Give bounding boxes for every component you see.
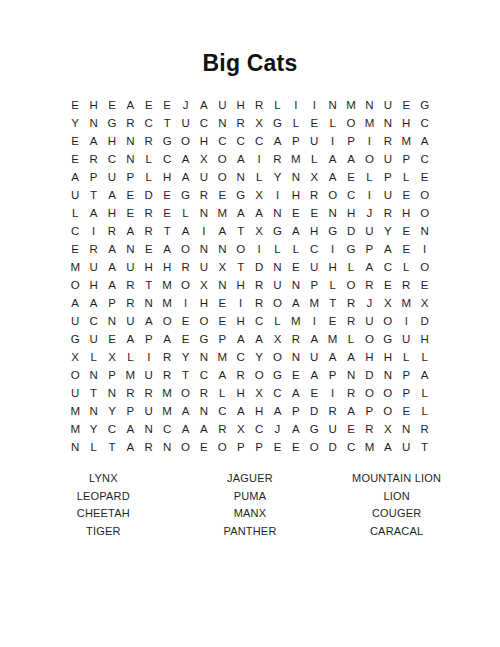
- grid-cell[interactable]: X: [268, 330, 286, 348]
- grid-cell[interactable]: A: [415, 366, 433, 384]
- grid-cell[interactable]: P: [360, 402, 378, 420]
- grid-cell[interactable]: E: [176, 312, 194, 330]
- grid-cell[interactable]: G: [305, 420, 323, 438]
- grid-cell[interactable]: H: [250, 402, 268, 420]
- grid-cell[interactable]: U: [140, 366, 158, 384]
- grid-cell[interactable]: E: [213, 312, 231, 330]
- grid-cell[interactable]: E: [268, 438, 286, 456]
- grid-cell[interactable]: O: [176, 276, 194, 294]
- grid-cell[interactable]: P: [397, 366, 415, 384]
- grid-cell[interactable]: C: [250, 132, 268, 150]
- grid-cell[interactable]: L: [66, 204, 84, 222]
- grid-cell[interactable]: R: [305, 186, 323, 204]
- grid-cell[interactable]: R: [121, 114, 139, 132]
- grid-cell[interactable]: C: [195, 114, 213, 132]
- grid-cell[interactable]: A: [121, 438, 139, 456]
- grid-cell[interactable]: A: [213, 222, 231, 240]
- grid-cell[interactable]: O: [323, 186, 341, 204]
- grid-cell[interactable]: J: [268, 420, 286, 438]
- grid-cell[interactable]: A: [176, 222, 194, 240]
- grid-cell[interactable]: N: [360, 96, 378, 114]
- grid-cell[interactable]: P: [121, 168, 139, 186]
- grid-cell[interactable]: D: [323, 438, 341, 456]
- grid-cell[interactable]: H: [195, 132, 213, 150]
- grid-cell[interactable]: R: [323, 402, 341, 420]
- grid-cell[interactable]: U: [213, 96, 231, 114]
- grid-cell[interactable]: J: [360, 204, 378, 222]
- grid-cell[interactable]: A: [305, 330, 323, 348]
- grid-cell[interactable]: R: [176, 258, 194, 276]
- grid-cell[interactable]: E: [415, 168, 433, 186]
- grid-cell[interactable]: R: [121, 294, 139, 312]
- grid-cell[interactable]: P: [360, 240, 378, 258]
- grid-cell[interactable]: H: [140, 258, 158, 276]
- grid-cell[interactable]: P: [342, 132, 360, 150]
- grid-cell[interactable]: I: [323, 384, 341, 402]
- grid-cell[interactable]: P: [397, 384, 415, 402]
- grid-cell[interactable]: A: [158, 330, 176, 348]
- grid-cell[interactable]: O: [176, 240, 194, 258]
- grid-cell[interactable]: A: [140, 312, 158, 330]
- grid-cell[interactable]: E: [103, 330, 121, 348]
- grid-cell[interactable]: M: [397, 294, 415, 312]
- grid-cell[interactable]: M: [66, 402, 84, 420]
- grid-cell[interactable]: A: [250, 330, 268, 348]
- grid-cell[interactable]: A: [250, 204, 268, 222]
- grid-cell[interactable]: E: [140, 96, 158, 114]
- grid-cell[interactable]: L: [360, 168, 378, 186]
- grid-cell[interactable]: L: [397, 258, 415, 276]
- grid-cell[interactable]: O: [379, 312, 397, 330]
- grid-cell[interactable]: N: [415, 222, 433, 240]
- grid-cell[interactable]: H: [84, 276, 102, 294]
- grid-cell[interactable]: I: [323, 132, 341, 150]
- grid-cell[interactable]: E: [323, 312, 341, 330]
- grid-cell[interactable]: O: [268, 294, 286, 312]
- grid-cell[interactable]: M: [66, 258, 84, 276]
- grid-cell[interactable]: A: [379, 438, 397, 456]
- grid-cell[interactable]: R: [250, 294, 268, 312]
- grid-cell[interactable]: R: [140, 438, 158, 456]
- grid-cell[interactable]: U: [84, 330, 102, 348]
- grid-cell[interactable]: T: [84, 186, 102, 204]
- grid-cell[interactable]: R: [250, 96, 268, 114]
- grid-cell[interactable]: E: [342, 168, 360, 186]
- grid-cell[interactable]: T: [176, 366, 194, 384]
- grid-cell[interactable]: H: [158, 168, 176, 186]
- grid-cell[interactable]: T: [84, 384, 102, 402]
- grid-cell[interactable]: T: [232, 222, 250, 240]
- grid-cell[interactable]: M: [66, 420, 84, 438]
- grid-cell[interactable]: N: [140, 294, 158, 312]
- grid-cell[interactable]: H: [195, 294, 213, 312]
- grid-cell[interactable]: E: [66, 96, 84, 114]
- grid-cell[interactable]: M: [342, 96, 360, 114]
- grid-cell[interactable]: N: [213, 276, 231, 294]
- grid-cell[interactable]: G: [342, 240, 360, 258]
- grid-cell[interactable]: E: [66, 240, 84, 258]
- grid-cell[interactable]: U: [305, 348, 323, 366]
- grid-cell[interactable]: R: [140, 204, 158, 222]
- grid-cell[interactable]: A: [158, 240, 176, 258]
- grid-cell[interactable]: C: [213, 132, 231, 150]
- grid-cell[interactable]: Y: [379, 222, 397, 240]
- grid-cell[interactable]: L: [84, 438, 102, 456]
- grid-cell[interactable]: O: [158, 312, 176, 330]
- grid-cell[interactable]: O: [66, 366, 84, 384]
- grid-cell[interactable]: O: [415, 186, 433, 204]
- grid-cell[interactable]: Y: [84, 420, 102, 438]
- grid-cell[interactable]: O: [360, 150, 378, 168]
- grid-cell[interactable]: M: [287, 312, 305, 330]
- grid-cell[interactable]: X: [379, 294, 397, 312]
- grid-cell[interactable]: M: [287, 150, 305, 168]
- grid-cell[interactable]: N: [287, 348, 305, 366]
- grid-cell[interactable]: R: [140, 222, 158, 240]
- grid-cell[interactable]: A: [176, 402, 194, 420]
- grid-cell[interactable]: M: [158, 402, 176, 420]
- grid-cell[interactable]: H: [232, 312, 250, 330]
- grid-cell[interactable]: A: [232, 150, 250, 168]
- grid-cell[interactable]: P: [305, 276, 323, 294]
- grid-cell[interactable]: E: [397, 186, 415, 204]
- grid-cell[interactable]: A: [379, 240, 397, 258]
- grid-cell[interactable]: A: [323, 150, 341, 168]
- grid-cell[interactable]: I: [250, 240, 268, 258]
- grid-cell[interactable]: M: [323, 330, 341, 348]
- grid-cell[interactable]: L: [268, 240, 286, 258]
- grid-cell[interactable]: A: [66, 294, 84, 312]
- grid-cell[interactable]: C: [84, 312, 102, 330]
- grid-cell[interactable]: G: [268, 366, 286, 384]
- grid-cell[interactable]: P: [323, 366, 341, 384]
- grid-cell[interactable]: R: [195, 186, 213, 204]
- grid-cell[interactable]: A: [121, 330, 139, 348]
- grid-cell[interactable]: T: [415, 438, 433, 456]
- grid-cell[interactable]: A: [103, 186, 121, 204]
- grid-cell[interactable]: O: [213, 168, 231, 186]
- grid-cell[interactable]: M: [360, 438, 378, 456]
- grid-cell[interactable]: X: [250, 186, 268, 204]
- grid-cell[interactable]: P: [103, 294, 121, 312]
- grid-cell[interactable]: U: [379, 96, 397, 114]
- grid-cell[interactable]: A: [342, 402, 360, 420]
- grid-cell[interactable]: A: [66, 168, 84, 186]
- grid-cell[interactable]: A: [84, 294, 102, 312]
- grid-cell[interactable]: P: [232, 438, 250, 456]
- grid-cell[interactable]: E: [158, 96, 176, 114]
- grid-cell[interactable]: O: [176, 438, 194, 456]
- grid-cell[interactable]: O: [379, 384, 397, 402]
- grid-cell[interactable]: G: [176, 186, 194, 204]
- grid-cell[interactable]: N: [140, 420, 158, 438]
- grid-cell[interactable]: P: [103, 366, 121, 384]
- grid-cell[interactable]: X: [379, 420, 397, 438]
- grid-cell[interactable]: A: [103, 258, 121, 276]
- grid-cell[interactable]: H: [158, 258, 176, 276]
- grid-cell[interactable]: A: [342, 150, 360, 168]
- grid-cell[interactable]: E: [195, 438, 213, 456]
- grid-cell[interactable]: L: [176, 204, 194, 222]
- grid-cell[interactable]: M: [360, 114, 378, 132]
- grid-cell[interactable]: R: [140, 132, 158, 150]
- grid-cell[interactable]: L: [415, 348, 433, 366]
- grid-cell[interactable]: N: [213, 114, 231, 132]
- grid-cell[interactable]: M: [397, 132, 415, 150]
- grid-cell[interactable]: I: [250, 150, 268, 168]
- grid-cell[interactable]: C: [158, 150, 176, 168]
- grid-cell[interactable]: E: [66, 132, 84, 150]
- grid-cell[interactable]: O: [232, 240, 250, 258]
- grid-cell[interactable]: E: [342, 420, 360, 438]
- grid-cell[interactable]: A: [232, 402, 250, 420]
- grid-cell[interactable]: U: [379, 150, 397, 168]
- grid-cell[interactable]: L: [140, 168, 158, 186]
- grid-cell[interactable]: U: [121, 312, 139, 330]
- grid-cell[interactable]: Y: [176, 348, 194, 366]
- grid-cell[interactable]: I: [84, 222, 102, 240]
- grid-cell[interactable]: A: [342, 348, 360, 366]
- grid-cell[interactable]: N: [213, 240, 231, 258]
- grid-cell[interactable]: P: [397, 150, 415, 168]
- grid-cell[interactable]: A: [103, 276, 121, 294]
- grid-cell[interactable]: O: [176, 132, 194, 150]
- grid-cell[interactable]: X: [305, 168, 323, 186]
- grid-cell[interactable]: U: [268, 276, 286, 294]
- grid-cell[interactable]: L: [397, 168, 415, 186]
- grid-cell[interactable]: J: [360, 294, 378, 312]
- grid-cell[interactable]: H: [379, 348, 397, 366]
- grid-cell[interactable]: C: [268, 384, 286, 402]
- grid-cell[interactable]: D: [250, 258, 268, 276]
- grid-cell[interactable]: E: [305, 114, 323, 132]
- grid-cell[interactable]: I: [176, 294, 194, 312]
- grid-cell[interactable]: N: [158, 438, 176, 456]
- grid-cell[interactable]: E: [213, 186, 231, 204]
- grid-cell[interactable]: T: [323, 294, 341, 312]
- grid-cell[interactable]: R: [379, 132, 397, 150]
- grid-cell[interactable]: R: [121, 276, 139, 294]
- grid-cell[interactable]: T: [140, 276, 158, 294]
- grid-cell[interactable]: C: [305, 240, 323, 258]
- grid-cell[interactable]: Y: [250, 348, 268, 366]
- grid-cell[interactable]: A: [195, 96, 213, 114]
- grid-cell[interactable]: L: [415, 384, 433, 402]
- grid-cell[interactable]: D: [415, 312, 433, 330]
- grid-cell[interactable]: N: [195, 402, 213, 420]
- grid-cell[interactable]: C: [103, 150, 121, 168]
- grid-cell[interactable]: R: [342, 294, 360, 312]
- grid-cell[interactable]: L: [84, 348, 102, 366]
- grid-cell[interactable]: H: [397, 114, 415, 132]
- grid-cell[interactable]: E: [158, 204, 176, 222]
- grid-cell[interactable]: N: [195, 204, 213, 222]
- grid-cell[interactable]: O: [360, 384, 378, 402]
- grid-cell[interactable]: U: [66, 384, 84, 402]
- grid-cell[interactable]: U: [66, 186, 84, 204]
- grid-cell[interactable]: E: [397, 222, 415, 240]
- grid-cell[interactable]: R: [195, 384, 213, 402]
- grid-cell[interactable]: I: [140, 348, 158, 366]
- grid-cell[interactable]: N: [121, 150, 139, 168]
- grid-cell[interactable]: U: [195, 168, 213, 186]
- grid-cell[interactable]: J: [176, 96, 194, 114]
- grid-cell[interactable]: E: [379, 276, 397, 294]
- grid-cell[interactable]: A: [103, 240, 121, 258]
- grid-cell[interactable]: H: [323, 258, 341, 276]
- grid-cell[interactable]: N: [379, 114, 397, 132]
- grid-cell[interactable]: N: [342, 366, 360, 384]
- grid-cell[interactable]: N: [323, 96, 341, 114]
- grid-cell[interactable]: L: [342, 258, 360, 276]
- grid-cell[interactable]: A: [415, 132, 433, 150]
- grid-cell[interactable]: A: [121, 222, 139, 240]
- grid-cell[interactable]: C: [103, 420, 121, 438]
- grid-cell[interactable]: A: [176, 168, 194, 186]
- grid-cell[interactable]: N: [287, 276, 305, 294]
- grid-cell[interactable]: N: [84, 402, 102, 420]
- grid-cell[interactable]: R: [342, 312, 360, 330]
- grid-cell[interactable]: E: [176, 330, 194, 348]
- grid-cell[interactable]: A: [360, 258, 378, 276]
- grid-cell[interactable]: G: [103, 114, 121, 132]
- grid-cell[interactable]: N: [379, 366, 397, 384]
- grid-cell[interactable]: I: [232, 294, 250, 312]
- grid-cell[interactable]: Y: [66, 114, 84, 132]
- grid-cell[interactable]: H: [342, 204, 360, 222]
- grid-cell[interactable]: E: [305, 204, 323, 222]
- grid-cell[interactable]: I: [360, 186, 378, 204]
- grid-cell[interactable]: A: [287, 294, 305, 312]
- grid-cell[interactable]: C: [379, 258, 397, 276]
- grid-cell[interactable]: C: [415, 150, 433, 168]
- grid-cell[interactable]: G: [158, 132, 176, 150]
- grid-cell[interactable]: M: [213, 348, 231, 366]
- grid-cell[interactable]: X: [250, 114, 268, 132]
- grid-cell[interactable]: H: [232, 276, 250, 294]
- grid-cell[interactable]: P: [250, 438, 268, 456]
- grid-cell[interactable]: I: [287, 96, 305, 114]
- grid-cell[interactable]: R: [268, 150, 286, 168]
- grid-cell[interactable]: C: [195, 366, 213, 384]
- grid-cell[interactable]: N: [323, 204, 341, 222]
- grid-cell[interactable]: O: [415, 204, 433, 222]
- grid-cell[interactable]: E: [103, 96, 121, 114]
- grid-cell[interactable]: G: [379, 330, 397, 348]
- grid-cell[interactable]: G: [415, 96, 433, 114]
- grid-cell[interactable]: X: [103, 348, 121, 366]
- grid-cell[interactable]: D: [360, 366, 378, 384]
- grid-cell[interactable]: H: [305, 222, 323, 240]
- grid-cell[interactable]: A: [84, 132, 102, 150]
- grid-cell[interactable]: X: [250, 384, 268, 402]
- grid-cell[interactable]: N: [268, 258, 286, 276]
- grid-cell[interactable]: O: [305, 438, 323, 456]
- grid-cell[interactable]: C: [342, 438, 360, 456]
- grid-cell[interactable]: H: [84, 96, 102, 114]
- grid-cell[interactable]: G: [195, 330, 213, 348]
- grid-cell[interactable]: G: [66, 330, 84, 348]
- grid-cell[interactable]: O: [213, 150, 231, 168]
- grid-cell[interactable]: G: [323, 222, 341, 240]
- grid-cell[interactable]: L: [213, 384, 231, 402]
- grid-cell[interactable]: T: [232, 258, 250, 276]
- grid-cell[interactable]: E: [121, 204, 139, 222]
- grid-cell[interactable]: U: [66, 312, 84, 330]
- grid-cell[interactable]: U: [360, 312, 378, 330]
- grid-cell[interactable]: N: [232, 168, 250, 186]
- grid-cell[interactable]: L: [121, 348, 139, 366]
- grid-cell[interactable]: U: [360, 222, 378, 240]
- grid-cell[interactable]: O: [342, 114, 360, 132]
- grid-cell[interactable]: U: [305, 258, 323, 276]
- grid-cell[interactable]: G: [268, 114, 286, 132]
- grid-cell[interactable]: R: [250, 276, 268, 294]
- grid-cell[interactable]: U: [397, 330, 415, 348]
- grid-cell[interactable]: U: [140, 402, 158, 420]
- grid-cell[interactable]: U: [103, 168, 121, 186]
- grid-cell[interactable]: E: [287, 204, 305, 222]
- grid-cell[interactable]: O: [360, 330, 378, 348]
- grid-cell[interactable]: A: [213, 366, 231, 384]
- grid-cell[interactable]: R: [84, 240, 102, 258]
- grid-cell[interactable]: C: [232, 348, 250, 366]
- grid-cell[interactable]: R: [232, 366, 250, 384]
- grid-cell[interactable]: A: [323, 168, 341, 186]
- grid-cell[interactable]: X: [195, 150, 213, 168]
- grid-cell[interactable]: A: [232, 330, 250, 348]
- grid-cell[interactable]: D: [305, 402, 323, 420]
- grid-cell[interactable]: U: [176, 114, 194, 132]
- grid-cell[interactable]: N: [195, 240, 213, 258]
- grid-cell[interactable]: Y: [103, 402, 121, 420]
- grid-cell[interactable]: A: [287, 420, 305, 438]
- grid-cell[interactable]: A: [84, 204, 102, 222]
- grid-cell[interactable]: E: [397, 96, 415, 114]
- grid-cell[interactable]: R: [397, 276, 415, 294]
- grid-cell[interactable]: M: [305, 294, 323, 312]
- grid-cell[interactable]: E: [140, 240, 158, 258]
- grid-cell[interactable]: A: [268, 402, 286, 420]
- grid-cell[interactable]: L: [287, 114, 305, 132]
- grid-cell[interactable]: R: [103, 222, 121, 240]
- grid-cell[interactable]: A: [176, 420, 194, 438]
- grid-cell[interactable]: A: [232, 204, 250, 222]
- grid-cell[interactable]: E: [287, 258, 305, 276]
- grid-cell[interactable]: P: [287, 132, 305, 150]
- grid-cell[interactable]: U: [397, 438, 415, 456]
- grid-cell[interactable]: L: [323, 276, 341, 294]
- grid-cell[interactable]: N: [268, 204, 286, 222]
- grid-cell[interactable]: P: [84, 168, 102, 186]
- grid-cell[interactable]: D: [140, 186, 158, 204]
- grid-cell[interactable]: N: [287, 168, 305, 186]
- grid-cell[interactable]: N: [121, 240, 139, 258]
- grid-cell[interactable]: E: [415, 276, 433, 294]
- grid-cell[interactable]: T: [158, 114, 176, 132]
- grid-cell[interactable]: X: [250, 222, 268, 240]
- grid-cell[interactable]: A: [323, 348, 341, 366]
- grid-cell[interactable]: H: [232, 384, 250, 402]
- grid-cell[interactable]: C: [213, 402, 231, 420]
- grid-cell[interactable]: L: [268, 312, 286, 330]
- grid-cell[interactable]: R: [379, 204, 397, 222]
- grid-cell[interactable]: I: [305, 312, 323, 330]
- grid-cell[interactable]: I: [415, 240, 433, 258]
- grid-cell[interactable]: R: [342, 384, 360, 402]
- grid-cell[interactable]: U: [195, 258, 213, 276]
- grid-cell[interactable]: L: [323, 114, 341, 132]
